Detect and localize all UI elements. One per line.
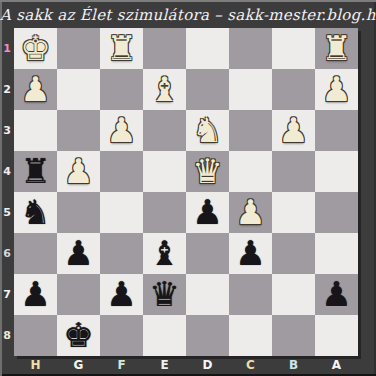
rank-labels: 12345678 bbox=[0, 28, 14, 356]
white-rook[interactable]: ♜ bbox=[106, 28, 136, 69]
square-a3[interactable] bbox=[315, 110, 358, 151]
white-rook[interactable]: ♜ bbox=[321, 28, 351, 69]
square-d4[interactable]: ♛ bbox=[186, 151, 229, 192]
black-pawn[interactable]: ♟ bbox=[321, 274, 351, 315]
square-g5[interactable] bbox=[57, 192, 100, 233]
square-h4[interactable]: ♜ bbox=[14, 151, 57, 192]
square-b8[interactable] bbox=[272, 315, 315, 356]
square-h6[interactable] bbox=[14, 233, 57, 274]
square-e2[interactable]: ♝ bbox=[143, 69, 186, 110]
square-f8[interactable] bbox=[100, 315, 143, 356]
square-b7[interactable] bbox=[272, 274, 315, 315]
file-label-g: G bbox=[57, 357, 100, 373]
square-g3[interactable] bbox=[57, 110, 100, 151]
black-king[interactable]: ♚ bbox=[63, 315, 93, 356]
black-queen[interactable]: ♛ bbox=[149, 274, 179, 315]
black-pawn[interactable]: ♟ bbox=[192, 192, 222, 233]
black-rook[interactable]: ♜ bbox=[20, 151, 50, 192]
square-a1[interactable]: ♜ bbox=[315, 28, 358, 69]
square-f3[interactable]: ♟ bbox=[100, 110, 143, 151]
square-f5[interactable] bbox=[100, 192, 143, 233]
rank-label-7: 7 bbox=[0, 274, 14, 315]
square-h7[interactable]: ♟ bbox=[14, 274, 57, 315]
rank-label-4: 4 bbox=[0, 151, 14, 192]
square-e3[interactable] bbox=[143, 110, 186, 151]
square-g7[interactable] bbox=[57, 274, 100, 315]
square-c7[interactable] bbox=[229, 274, 272, 315]
square-g6[interactable]: ♟ bbox=[57, 233, 100, 274]
square-c2[interactable] bbox=[229, 69, 272, 110]
square-g2[interactable] bbox=[57, 69, 100, 110]
square-g8[interactable]: ♚ bbox=[57, 315, 100, 356]
square-a6[interactable] bbox=[315, 233, 358, 274]
square-d7[interactable] bbox=[186, 274, 229, 315]
file-label-e: E bbox=[143, 357, 186, 373]
square-b4[interactable] bbox=[272, 151, 315, 192]
white-pawn[interactable]: ♟ bbox=[63, 151, 93, 192]
square-e6[interactable]: ♝ bbox=[143, 233, 186, 274]
square-f4[interactable] bbox=[100, 151, 143, 192]
white-pawn[interactable]: ♟ bbox=[321, 69, 351, 110]
square-b1[interactable] bbox=[272, 28, 315, 69]
square-b3[interactable]: ♟ bbox=[272, 110, 315, 151]
square-a2[interactable]: ♟ bbox=[315, 69, 358, 110]
page-title: A sakk az Élet szimulátora – sakk-mester… bbox=[0, 3, 376, 27]
square-d6[interactable] bbox=[186, 233, 229, 274]
square-b6[interactable] bbox=[272, 233, 315, 274]
file-labels: HGFEDCBA bbox=[14, 357, 358, 373]
square-d1[interactable] bbox=[186, 28, 229, 69]
square-c3[interactable] bbox=[229, 110, 272, 151]
square-e8[interactable] bbox=[143, 315, 186, 356]
black-pawn[interactable]: ♟ bbox=[106, 274, 136, 315]
square-e1[interactable] bbox=[143, 28, 186, 69]
file-label-f: F bbox=[100, 357, 143, 373]
square-a4[interactable] bbox=[315, 151, 358, 192]
file-label-d: D bbox=[186, 357, 229, 373]
board-frame: A sakk az Élet szimulátora – sakk-mester… bbox=[0, 0, 376, 376]
square-d8[interactable] bbox=[186, 315, 229, 356]
rank-label-5: 5 bbox=[0, 192, 14, 233]
square-h2[interactable]: ♟ bbox=[14, 69, 57, 110]
square-b5[interactable] bbox=[272, 192, 315, 233]
rank-label-6: 6 bbox=[0, 233, 14, 274]
white-pawn[interactable]: ♟ bbox=[20, 69, 50, 110]
square-f1[interactable]: ♜ bbox=[100, 28, 143, 69]
white-pawn[interactable]: ♟ bbox=[106, 110, 136, 151]
square-h3[interactable] bbox=[14, 110, 57, 151]
square-d3[interactable]: ♞ bbox=[186, 110, 229, 151]
square-f6[interactable] bbox=[100, 233, 143, 274]
square-e5[interactable] bbox=[143, 192, 186, 233]
square-h5[interactable]: ♞ bbox=[14, 192, 57, 233]
chess-board: ♚♜♜♟♝♟♟♞♟♜♟♛♞♟♟♟♝♟♟♟♛♟♚ bbox=[14, 28, 358, 356]
square-c1[interactable] bbox=[229, 28, 272, 69]
white-knight[interactable]: ♞ bbox=[192, 110, 222, 151]
square-e7[interactable]: ♛ bbox=[143, 274, 186, 315]
square-a5[interactable] bbox=[315, 192, 358, 233]
file-label-h: H bbox=[14, 357, 57, 373]
black-knight[interactable]: ♞ bbox=[20, 192, 50, 233]
white-pawn[interactable]: ♟ bbox=[235, 192, 265, 233]
black-bishop[interactable]: ♝ bbox=[149, 233, 179, 274]
square-h8[interactable] bbox=[14, 315, 57, 356]
square-c6[interactable]: ♟ bbox=[229, 233, 272, 274]
white-pawn[interactable]: ♟ bbox=[278, 110, 308, 151]
rank-label-8: 8 bbox=[0, 315, 14, 356]
file-label-a: A bbox=[315, 357, 358, 373]
square-b2[interactable] bbox=[272, 69, 315, 110]
square-e4[interactable] bbox=[143, 151, 186, 192]
square-c5[interactable]: ♟ bbox=[229, 192, 272, 233]
square-d2[interactable] bbox=[186, 69, 229, 110]
square-h1[interactable]: ♚ bbox=[14, 28, 57, 69]
file-label-c: C bbox=[229, 357, 272, 373]
square-f7[interactable]: ♟ bbox=[100, 274, 143, 315]
rank-label-2: 2 bbox=[0, 69, 14, 110]
white-bishop[interactable]: ♝ bbox=[149, 69, 179, 110]
rank-label-1: 1 bbox=[0, 28, 14, 69]
square-c4[interactable] bbox=[229, 151, 272, 192]
black-pawn[interactable]: ♟ bbox=[20, 274, 50, 315]
white-queen[interactable]: ♛ bbox=[192, 151, 222, 192]
square-c8[interactable] bbox=[229, 315, 272, 356]
file-label-b: B bbox=[272, 357, 315, 373]
white-king[interactable]: ♚ bbox=[20, 28, 50, 69]
black-pawn[interactable]: ♟ bbox=[63, 233, 93, 274]
square-g1[interactable] bbox=[57, 28, 100, 69]
square-a7[interactable]: ♟ bbox=[315, 274, 358, 315]
square-a8[interactable] bbox=[315, 315, 358, 356]
black-pawn[interactable]: ♟ bbox=[235, 233, 265, 274]
rank-label-3: 3 bbox=[0, 110, 14, 151]
square-f2[interactable] bbox=[100, 69, 143, 110]
square-g4[interactable]: ♟ bbox=[57, 151, 100, 192]
square-d5[interactable]: ♟ bbox=[186, 192, 229, 233]
